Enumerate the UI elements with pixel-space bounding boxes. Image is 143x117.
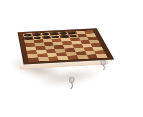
right-metal-clasp-icon — [99, 56, 107, 75]
front-metal-clasp-icon — [66, 75, 77, 95]
product-photo-stage — [0, 0, 143, 117]
board-grid — [23, 30, 108, 62]
